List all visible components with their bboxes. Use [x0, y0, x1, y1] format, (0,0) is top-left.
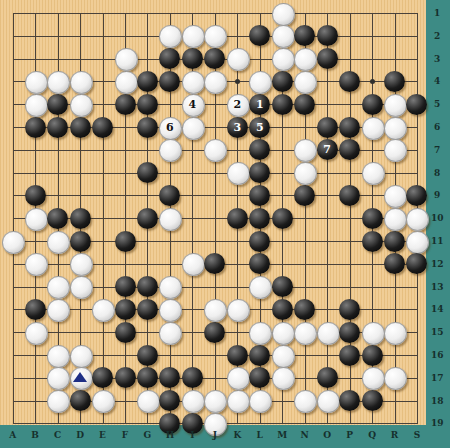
white-stone[interactable]: [182, 71, 205, 94]
black-stone[interactable]: [115, 94, 136, 115]
black-stone[interactable]: [159, 185, 180, 206]
row-label: 13: [431, 282, 444, 292]
black-stone[interactable]: [294, 94, 315, 115]
white-stone[interactable]: [182, 390, 205, 413]
black-stone[interactable]: [204, 253, 225, 274]
black-stone[interactable]: [70, 231, 91, 252]
white-stone[interactable]: [272, 48, 295, 71]
white-stone[interactable]: [294, 162, 317, 185]
black-stone[interactable]: [115, 367, 136, 388]
black-stone[interactable]: [137, 299, 158, 320]
white-stone[interactable]: [159, 208, 182, 231]
black-stone[interactable]: [249, 345, 270, 366]
row-label: 11: [431, 236, 444, 246]
black-stone[interactable]: [25, 299, 46, 320]
white-stone[interactable]: [384, 322, 407, 345]
white-stone[interactable]: [317, 390, 340, 413]
black-stone[interactable]: [294, 25, 315, 46]
row-label: 5: [434, 99, 440, 109]
white-stone[interactable]: [227, 367, 250, 390]
black-stone[interactable]: [272, 276, 293, 297]
white-stone[interactable]: [47, 71, 70, 94]
black-stone[interactable]: [137, 276, 158, 297]
black-stone[interactable]: [384, 231, 405, 252]
black-stone[interactable]: [339, 71, 360, 92]
column-label: N: [301, 430, 309, 440]
white-stone[interactable]: [294, 139, 317, 162]
white-stone[interactable]: [70, 276, 93, 299]
black-stone[interactable]: [137, 117, 158, 138]
white-stone[interactable]: [317, 322, 340, 345]
white-stone[interactable]: [272, 345, 295, 368]
column-label: M: [277, 430, 287, 440]
row-label: 4: [434, 76, 440, 86]
black-stone[interactable]: [115, 276, 136, 297]
white-stone[interactable]: [70, 94, 93, 117]
black-stone[interactable]: [137, 367, 158, 388]
white-stone[interactable]: [294, 390, 317, 413]
white-stone[interactable]: [272, 322, 295, 345]
black-stone[interactable]: [115, 322, 136, 343]
white-stone[interactable]: [294, 48, 317, 71]
column-label: K: [233, 430, 241, 440]
white-stone[interactable]: [70, 71, 93, 94]
white-stone[interactable]: [182, 94, 205, 117]
star-point: [370, 79, 375, 84]
white-stone[interactable]: [406, 231, 429, 254]
black-stone[interactable]: [362, 208, 383, 229]
black-stone[interactable]: [272, 94, 293, 115]
row-label: 6: [434, 122, 440, 132]
black-stone[interactable]: [137, 345, 158, 366]
black-stone[interactable]: [249, 117, 270, 138]
white-stone[interactable]: [227, 94, 250, 117]
column-label: S: [414, 430, 421, 440]
white-stone[interactable]: [115, 71, 138, 94]
white-stone[interactable]: [25, 71, 48, 94]
white-stone[interactable]: [227, 299, 250, 322]
black-stone[interactable]: [249, 162, 270, 183]
white-stone[interactable]: [384, 94, 407, 117]
white-stone[interactable]: [227, 162, 250, 185]
black-stone[interactable]: [25, 117, 46, 138]
black-stone[interactable]: [249, 208, 270, 229]
black-stone[interactable]: [70, 208, 91, 229]
white-stone[interactable]: [272, 367, 295, 390]
go-game-screenshot: 1234567 ABCDEFGHIJKLMNOPQRS 123456789101…: [0, 0, 450, 448]
white-stone[interactable]: [47, 276, 70, 299]
white-stone[interactable]: [384, 367, 407, 390]
black-stone[interactable]: [339, 345, 360, 366]
row-label: 17: [431, 373, 444, 383]
column-label: R: [391, 430, 398, 440]
black-stone[interactable]: [159, 367, 180, 388]
black-stone[interactable]: [249, 139, 270, 160]
white-stone[interactable]: [92, 299, 115, 322]
black-stone[interactable]: [317, 25, 338, 46]
black-stone[interactable]: [47, 94, 68, 115]
column-label: O: [323, 430, 331, 440]
star-point: [235, 79, 240, 84]
row-label: 10: [431, 213, 444, 223]
white-stone[interactable]: [294, 71, 317, 94]
row-label: 7: [434, 145, 440, 155]
column-label: G: [144, 430, 152, 440]
white-stone[interactable]: [272, 25, 295, 48]
row-label: 8: [434, 168, 440, 178]
black-stone[interactable]: [227, 208, 248, 229]
black-stone[interactable]: [92, 117, 113, 138]
white-stone[interactable]: [384, 139, 407, 162]
black-stone[interactable]: [47, 117, 68, 138]
row-label: 16: [431, 350, 444, 360]
row-label: 3: [434, 54, 440, 64]
white-stone[interactable]: [384, 185, 407, 208]
black-stone[interactable]: [137, 94, 158, 115]
white-stone[interactable]: [70, 367, 93, 390]
column-label: H: [166, 430, 175, 440]
white-stone[interactable]: [204, 390, 227, 413]
black-stone[interactable]: [137, 208, 158, 229]
white-stone[interactable]: [249, 276, 272, 299]
black-stone[interactable]: [317, 117, 338, 138]
black-stone[interactable]: [339, 117, 360, 138]
white-stone[interactable]: [70, 253, 93, 276]
black-stone[interactable]: [249, 367, 270, 388]
black-stone[interactable]: [182, 48, 203, 69]
white-stone[interactable]: [362, 117, 385, 140]
black-stone[interactable]: [204, 48, 225, 69]
white-stone[interactable]: [47, 299, 70, 322]
black-stone[interactable]: [47, 208, 68, 229]
black-stone[interactable]: [25, 185, 46, 206]
black-stone[interactable]: [339, 185, 360, 206]
black-stone[interactable]: [137, 71, 158, 92]
white-stone[interactable]: [362, 367, 385, 390]
black-stone[interactable]: [339, 322, 360, 343]
black-stone[interactable]: [182, 367, 203, 388]
white-stone[interactable]: [249, 390, 272, 413]
row-label: 19: [431, 418, 444, 428]
white-stone[interactable]: [159, 139, 182, 162]
white-stone[interactable]: [25, 94, 48, 117]
grid-line-vertical: [327, 13, 328, 424]
white-stone[interactable]: [25, 322, 48, 345]
black-stone[interactable]: [159, 48, 180, 69]
white-stone[interactable]: [137, 390, 160, 413]
black-stone[interactable]: [227, 117, 248, 138]
white-stone[interactable]: [362, 162, 385, 185]
column-label: Q: [368, 430, 376, 440]
column-label: D: [76, 430, 84, 440]
black-stone[interactable]: [115, 231, 136, 252]
black-stone[interactable]: [339, 390, 360, 411]
black-stone[interactable]: [159, 71, 180, 92]
white-stone[interactable]: [182, 253, 205, 276]
white-stone[interactable]: [272, 3, 295, 26]
black-stone[interactable]: [384, 71, 405, 92]
black-stone[interactable]: [92, 367, 113, 388]
row-label: 2: [434, 31, 440, 41]
black-stone[interactable]: [249, 231, 270, 252]
black-stone[interactable]: [227, 345, 248, 366]
black-stone[interactable]: [294, 185, 315, 206]
white-stone[interactable]: [159, 25, 182, 48]
black-stone[interactable]: [362, 231, 383, 252]
column-label: P: [346, 430, 353, 440]
white-stone[interactable]: [362, 322, 385, 345]
row-label: 12: [431, 259, 444, 269]
white-stone[interactable]: [249, 322, 272, 345]
row-label: 14: [431, 304, 444, 314]
white-stone[interactable]: [227, 390, 250, 413]
black-stone[interactable]: [362, 345, 383, 366]
black-stone[interactable]: [339, 139, 360, 160]
black-stone[interactable]: [317, 139, 338, 160]
black-stone[interactable]: [204, 322, 225, 343]
white-stone[interactable]: [294, 322, 317, 345]
black-stone[interactable]: [406, 253, 427, 274]
white-stone[interactable]: [47, 231, 70, 254]
column-label: I: [190, 430, 194, 440]
white-stone[interactable]: [406, 208, 429, 231]
white-stone[interactable]: [2, 231, 25, 254]
black-stone[interactable]: [70, 117, 91, 138]
row-label: 9: [434, 190, 440, 200]
white-stone[interactable]: [204, 139, 227, 162]
white-stone[interactable]: [182, 25, 205, 48]
black-stone[interactable]: [317, 367, 338, 388]
black-stone[interactable]: [249, 94, 270, 115]
goban[interactable]: 1234567: [0, 0, 426, 425]
white-stone[interactable]: [384, 208, 407, 231]
white-stone[interactable]: [227, 48, 250, 71]
white-stone[interactable]: [47, 390, 70, 413]
black-stone[interactable]: [159, 390, 180, 411]
black-stone[interactable]: [70, 390, 91, 411]
white-stone[interactable]: [182, 117, 205, 140]
black-stone[interactable]: [362, 94, 383, 115]
white-stone[interactable]: [25, 253, 48, 276]
white-stone[interactable]: [204, 25, 227, 48]
white-stone[interactable]: [70, 345, 93, 368]
white-stone[interactable]: [159, 299, 182, 322]
row-label: 1: [434, 8, 440, 18]
black-stone[interactable]: [115, 299, 136, 320]
row-label: 18: [431, 396, 444, 406]
column-label: J: [213, 430, 217, 440]
white-stone[interactable]: [159, 276, 182, 299]
black-stone[interactable]: [339, 299, 360, 320]
black-stone[interactable]: [249, 185, 270, 206]
white-stone[interactable]: [47, 367, 70, 390]
column-label: F: [122, 430, 128, 440]
black-stone[interactable]: [384, 253, 405, 274]
column-label: A: [9, 430, 16, 440]
column-label: B: [31, 430, 39, 440]
black-stone[interactable]: [294, 299, 315, 320]
white-stone[interactable]: [159, 117, 182, 140]
black-stone[interactable]: [249, 25, 270, 46]
white-stone[interactable]: [115, 48, 138, 71]
black-stone[interactable]: [137, 162, 158, 183]
black-stone[interactable]: [272, 299, 293, 320]
white-stone[interactable]: [204, 299, 227, 322]
white-stone[interactable]: [159, 322, 182, 345]
white-stone[interactable]: [204, 71, 227, 94]
white-stone[interactable]: [249, 71, 272, 94]
black-stone[interactable]: [272, 71, 293, 92]
column-label: L: [257, 430, 263, 440]
column-label: C: [54, 430, 61, 440]
white-stone[interactable]: [47, 345, 70, 368]
black-stone[interactable]: [317, 48, 338, 69]
black-stone[interactable]: [272, 208, 293, 229]
white-stone[interactable]: [25, 208, 48, 231]
column-label: E: [99, 430, 106, 440]
black-stone[interactable]: [406, 94, 427, 115]
black-stone[interactable]: [362, 390, 383, 411]
white-stone[interactable]: [92, 390, 115, 413]
row-label: 15: [431, 327, 444, 337]
black-stone[interactable]: [406, 185, 427, 206]
black-stone[interactable]: [249, 253, 270, 274]
white-stone[interactable]: [384, 117, 407, 140]
